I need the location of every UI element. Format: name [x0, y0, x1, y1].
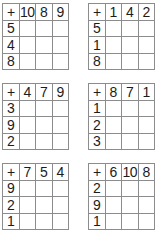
answer-cell[interactable]: [20, 54, 37, 71]
row-header-cell: 2: [3, 197, 20, 214]
col-header-cell: 7: [122, 84, 139, 101]
answer-cell[interactable]: [106, 21, 123, 38]
row-header-cell: 8: [89, 54, 106, 71]
answer-cell[interactable]: [106, 37, 123, 54]
col-header-cell: 10: [122, 164, 139, 181]
answer-cell[interactable]: [53, 21, 70, 38]
row-header-cell: 1: [89, 214, 106, 231]
answer-cell[interactable]: [122, 117, 139, 134]
row-header-cell: 1: [3, 214, 20, 231]
answer-cell[interactable]: [53, 54, 70, 71]
col-header-cell: 8: [106, 84, 123, 101]
row-header-cell: 5: [3, 21, 20, 38]
plus-cell: +: [89, 4, 106, 21]
answer-cell[interactable]: [36, 134, 53, 151]
col-header-cell: 5: [36, 164, 53, 181]
row-header-cell: 5: [89, 21, 106, 38]
addition-grid-2: + 1 4 2 5 1 8: [88, 3, 155, 70]
answer-cell[interactable]: [20, 37, 37, 54]
answer-cell[interactable]: [36, 117, 53, 134]
answer-cell[interactable]: [53, 197, 70, 214]
answer-cell[interactable]: [106, 181, 123, 198]
answer-cell[interactable]: [53, 181, 70, 198]
col-header-cell: 9: [53, 4, 70, 21]
addition-grid-5: + 7 5 4 9 2 1: [2, 163, 69, 230]
row-header-cell: 2: [3, 134, 20, 151]
addition-grid-6: + 6 10 8 2 9 1: [88, 163, 155, 230]
answer-cell[interactable]: [122, 21, 139, 38]
col-header-cell: 9: [53, 84, 70, 101]
answer-cell[interactable]: [36, 21, 53, 38]
answer-cell[interactable]: [139, 134, 156, 151]
answer-cell[interactable]: [53, 214, 70, 231]
plus-cell: +: [3, 164, 20, 181]
plus-cell: +: [89, 84, 106, 101]
answer-cell[interactable]: [106, 197, 123, 214]
col-header-cell: 6: [106, 164, 123, 181]
row-header-cell: 9: [3, 181, 20, 198]
answer-cell[interactable]: [36, 214, 53, 231]
answer-cell[interactable]: [122, 54, 139, 71]
answer-cell[interactable]: [139, 197, 156, 214]
answer-cell[interactable]: [20, 181, 37, 198]
col-header-cell: 2: [139, 4, 156, 21]
answer-cell[interactable]: [139, 117, 156, 134]
answer-cell[interactable]: [36, 101, 53, 118]
row-header-cell: 1: [89, 101, 106, 118]
answer-cell[interactable]: [20, 197, 37, 214]
col-header-cell: 10: [20, 4, 37, 21]
answer-cell[interactable]: [106, 117, 123, 134]
answer-cell[interactable]: [106, 134, 123, 151]
row-header-cell: 2: [89, 181, 106, 198]
col-header-cell: 4: [20, 84, 37, 101]
answer-cell[interactable]: [106, 214, 123, 231]
answer-cell[interactable]: [36, 54, 53, 71]
answer-cell[interactable]: [20, 134, 37, 151]
col-header-cell: 4: [53, 164, 70, 181]
answer-cell[interactable]: [122, 37, 139, 54]
answer-cell[interactable]: [139, 37, 156, 54]
answer-cell[interactable]: [36, 197, 53, 214]
answer-cell[interactable]: [122, 214, 139, 231]
answer-cell[interactable]: [139, 101, 156, 118]
answer-cell[interactable]: [122, 181, 139, 198]
answer-cell[interactable]: [36, 181, 53, 198]
row-header-cell: 3: [3, 101, 20, 118]
col-header-cell: 1: [106, 4, 123, 21]
col-header-cell: 7: [20, 164, 37, 181]
col-header-cell: 7: [36, 84, 53, 101]
answer-cell[interactable]: [106, 101, 123, 118]
answer-cell[interactable]: [122, 101, 139, 118]
plus-cell: +: [89, 164, 106, 181]
worksheet: + 10 8 9 5 4 8 + 1 4 2 5 1 8 + 4: [0, 0, 164, 230]
answer-cell[interactable]: [20, 101, 37, 118]
row-header-cell: 4: [3, 37, 20, 54]
answer-cell[interactable]: [139, 214, 156, 231]
row-header-cell: 9: [3, 117, 20, 134]
answer-cell[interactable]: [53, 134, 70, 151]
answer-cell[interactable]: [36, 37, 53, 54]
row-header-cell: 8: [3, 54, 20, 71]
answer-cell[interactable]: [20, 214, 37, 231]
answer-cell[interactable]: [53, 101, 70, 118]
answer-cell[interactable]: [139, 181, 156, 198]
answer-cell[interactable]: [139, 54, 156, 71]
answer-cell[interactable]: [139, 21, 156, 38]
plus-cell: +: [3, 4, 20, 21]
col-header-cell: 8: [139, 164, 156, 181]
col-header-cell: 4: [122, 4, 139, 21]
addition-grid-4: + 8 7 1 1 2 3: [88, 83, 155, 150]
answer-cell[interactable]: [122, 197, 139, 214]
answer-cell[interactable]: [20, 21, 37, 38]
col-header-cell: 8: [36, 4, 53, 21]
addition-grid-3: + 4 7 9 3 9 2: [2, 83, 69, 150]
col-header-cell: 1: [139, 84, 156, 101]
answer-cell[interactable]: [122, 134, 139, 151]
row-header-cell: 9: [89, 197, 106, 214]
row-header-cell: 2: [89, 117, 106, 134]
addition-grid-1: + 10 8 9 5 4 8: [2, 3, 69, 70]
answer-cell[interactable]: [53, 37, 70, 54]
row-header-cell: 3: [89, 134, 106, 151]
answer-cell[interactable]: [20, 117, 37, 134]
answer-cell[interactable]: [106, 54, 123, 71]
answer-cell[interactable]: [53, 117, 70, 134]
row-header-cell: 1: [89, 37, 106, 54]
plus-cell: +: [3, 84, 20, 101]
